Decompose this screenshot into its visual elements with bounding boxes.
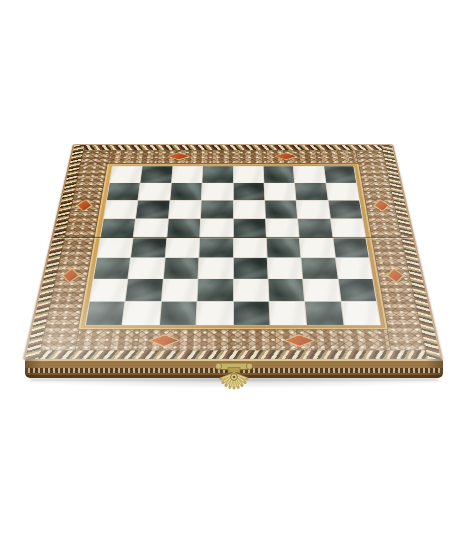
square-g6 [297,200,330,218]
square-c8 [172,166,203,182]
square-d3 [199,258,233,279]
square-b1 [123,302,161,325]
square-c3 [164,258,199,279]
square-h5 [331,219,366,238]
square-b7 [139,183,171,200]
mosaic-border-top [80,150,386,164]
square-f1 [269,302,306,325]
square-b2 [126,279,163,301]
square-b5 [134,219,168,238]
playing-grid [85,166,381,325]
square-e1 [233,302,269,325]
square-b8 [141,166,172,182]
square-g8 [294,166,325,182]
square-b6 [136,200,169,218]
square-h2 [338,279,376,301]
square-b3 [129,258,165,279]
mosaic-border-bottom [40,328,426,350]
square-c1 [160,302,197,325]
square-d8 [203,166,233,182]
square-d2 [198,279,233,301]
square-f4 [267,238,301,258]
square-a5 [101,219,136,238]
square-a3 [94,258,131,279]
square-g7 [295,183,327,200]
chessboard [23,144,443,360]
square-f6 [265,200,297,218]
square-d5 [200,219,232,238]
square-e2 [233,279,268,301]
square-f7 [264,183,296,200]
square-c7 [170,183,202,200]
square-a6 [104,200,138,218]
square-g3 [302,258,338,279]
square-f2 [268,279,304,301]
square-e6 [233,200,265,218]
square-f8 [264,166,295,182]
square-c5 [167,219,200,238]
square-a8 [110,166,142,182]
square-d7 [202,183,233,200]
square-g2 [303,279,340,301]
photo-background [0,0,466,550]
square-e3 [233,258,267,279]
square-e8 [233,166,263,182]
square-f5 [266,219,299,238]
square-e5 [233,219,265,238]
square-a7 [107,183,140,200]
square-f3 [268,258,303,279]
square-d4 [199,238,232,258]
square-e4 [233,238,266,258]
square-b4 [131,238,166,258]
square-a1 [86,302,125,325]
square-g5 [298,219,332,238]
square-h6 [328,200,362,218]
fold-seam [54,237,412,238]
square-g1 [305,302,343,325]
square-h3 [336,258,373,279]
square-d1 [197,302,233,325]
square-h1 [341,302,380,325]
square-c4 [165,238,199,258]
brass-clasp-icon [211,357,257,403]
square-c2 [162,279,198,301]
square-a4 [97,238,133,258]
square-a2 [90,279,128,301]
square-g4 [300,238,335,258]
square-h4 [333,238,369,258]
square-c6 [169,200,201,218]
square-h8 [324,166,356,182]
square-h7 [326,183,359,200]
square-e7 [233,183,264,200]
square-d6 [201,200,233,218]
